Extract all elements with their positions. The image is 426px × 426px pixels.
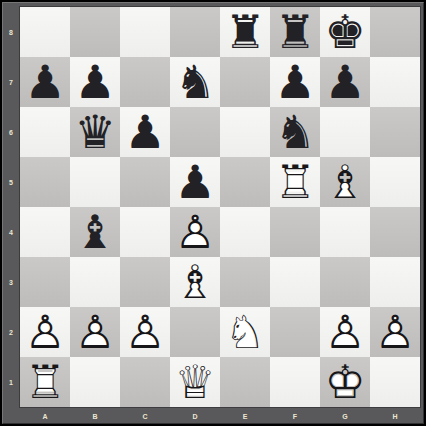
white-pawn: ♟♙: [170, 207, 220, 257]
white-knight: ♞♘: [220, 307, 270, 357]
rank-labels: 87654321: [2, 7, 20, 407]
file-labels: ABCDEFGH: [20, 408, 420, 424]
square-d6[interactable]: [170, 107, 220, 157]
square-d5[interactable]: ♟: [170, 157, 220, 207]
square-c5[interactable]: [120, 157, 170, 207]
square-h2[interactable]: ♟♙: [370, 307, 420, 357]
square-f1[interactable]: [270, 357, 320, 407]
black-knight: ♞: [170, 57, 220, 107]
square-g5[interactable]: ♝♗: [320, 157, 370, 207]
square-b1[interactable]: [70, 357, 120, 407]
square-d4[interactable]: ♟♙: [170, 207, 220, 257]
square-e4[interactable]: [220, 207, 270, 257]
square-a6[interactable]: [20, 107, 70, 157]
square-h3[interactable]: [370, 257, 420, 307]
chess-board-frame: 87654321 ABCDEFGH ♜♜♚♟♟♞♟♟♛♟♞♟♜♖♝♗♝♟♙♝♗♟…: [0, 0, 426, 426]
rank-label-3: 3: [2, 257, 20, 307]
black-queen: ♛: [70, 107, 120, 157]
square-c1[interactable]: [120, 357, 170, 407]
white-king: ♚♔: [320, 357, 370, 407]
square-f4[interactable]: [270, 207, 320, 257]
square-f2[interactable]: [270, 307, 320, 357]
square-g4[interactable]: [320, 207, 370, 257]
file-label-e: E: [220, 408, 270, 424]
square-f3[interactable]: [270, 257, 320, 307]
square-a7[interactable]: ♟: [20, 57, 70, 107]
square-h4[interactable]: [370, 207, 420, 257]
square-d2[interactable]: [170, 307, 220, 357]
square-d7[interactable]: ♞: [170, 57, 220, 107]
white-bishop: ♝♗: [320, 157, 370, 207]
black-pawn: ♟: [170, 157, 220, 207]
black-bishop: ♝: [70, 207, 120, 257]
rank-label-6: 6: [2, 107, 20, 157]
square-f6[interactable]: ♞: [270, 107, 320, 157]
square-e8[interactable]: ♜: [220, 7, 270, 57]
square-e2[interactable]: ♞♘: [220, 307, 270, 357]
square-e3[interactable]: [220, 257, 270, 307]
black-knight: ♞: [270, 107, 320, 157]
square-c3[interactable]: [120, 257, 170, 307]
black-king: ♚: [320, 7, 370, 57]
rank-label-4: 4: [2, 207, 20, 257]
square-c8[interactable]: [120, 7, 170, 57]
square-d8[interactable]: [170, 7, 220, 57]
rank-label-1: 1: [2, 357, 20, 407]
file-label-b: B: [70, 408, 120, 424]
white-rook: ♜♖: [20, 357, 70, 407]
square-a8[interactable]: [20, 7, 70, 57]
square-h6[interactable]: [370, 107, 420, 157]
square-c6[interactable]: ♟: [120, 107, 170, 157]
square-a3[interactable]: [20, 257, 70, 307]
file-label-d: D: [170, 408, 220, 424]
square-g1[interactable]: ♚♔: [320, 357, 370, 407]
square-e5[interactable]: [220, 157, 270, 207]
square-g2[interactable]: ♟♙: [320, 307, 370, 357]
square-f7[interactable]: ♟: [270, 57, 320, 107]
square-h1[interactable]: [370, 357, 420, 407]
rank-label-5: 5: [2, 157, 20, 207]
square-b7[interactable]: ♟: [70, 57, 120, 107]
square-b5[interactable]: [70, 157, 120, 207]
file-label-c: C: [120, 408, 170, 424]
square-e6[interactable]: [220, 107, 270, 157]
square-c2[interactable]: ♟♙: [120, 307, 170, 357]
square-g7[interactable]: ♟: [320, 57, 370, 107]
square-b6[interactable]: ♛: [70, 107, 120, 157]
file-label-a: A: [20, 408, 70, 424]
file-label-f: F: [270, 408, 320, 424]
white-bishop: ♝♗: [170, 257, 220, 307]
black-pawn: ♟: [120, 107, 170, 157]
square-b8[interactable]: [70, 7, 120, 57]
square-c4[interactable]: [120, 207, 170, 257]
square-c7[interactable]: [120, 57, 170, 107]
rank-label-2: 2: [2, 307, 20, 357]
black-pawn: ♟: [20, 57, 70, 107]
square-b3[interactable]: [70, 257, 120, 307]
square-b4[interactable]: ♝: [70, 207, 120, 257]
white-rook: ♜♖: [270, 157, 320, 207]
black-pawn: ♟: [70, 57, 120, 107]
square-a4[interactable]: [20, 207, 70, 257]
square-b2[interactable]: ♟♙: [70, 307, 120, 357]
square-e7[interactable]: [220, 57, 270, 107]
square-d3[interactable]: ♝♗: [170, 257, 220, 307]
white-queen: ♛♕: [170, 357, 220, 407]
white-pawn: ♟♙: [370, 307, 420, 357]
rank-label-7: 7: [2, 57, 20, 107]
square-h8[interactable]: [370, 7, 420, 57]
white-pawn: ♟♙: [120, 307, 170, 357]
square-f8[interactable]: ♜: [270, 7, 320, 57]
black-pawn: ♟: [320, 57, 370, 107]
file-label-h: H: [370, 408, 420, 424]
white-pawn: ♟♙: [70, 307, 120, 357]
square-a5[interactable]: [20, 157, 70, 207]
rank-label-8: 8: [2, 7, 20, 57]
square-a2[interactable]: ♟♙: [20, 307, 70, 357]
white-pawn: ♟♙: [320, 307, 370, 357]
square-a1[interactable]: ♜♖: [20, 357, 70, 407]
square-g6[interactable]: [320, 107, 370, 157]
square-g8[interactable]: ♚: [320, 7, 370, 57]
white-pawn: ♟♙: [20, 307, 70, 357]
black-rook: ♜: [220, 7, 270, 57]
square-h5[interactable]: [370, 157, 420, 207]
square-e1[interactable]: [220, 357, 270, 407]
square-h7[interactable]: [370, 57, 420, 107]
chess-board: ♜♜♚♟♟♞♟♟♛♟♞♟♜♖♝♗♝♟♙♝♗♟♙♟♙♟♙♞♘♟♙♟♙♜♖♛♕♚♔: [20, 7, 420, 407]
black-pawn: ♟: [270, 57, 320, 107]
file-label-g: G: [320, 408, 370, 424]
square-g3[interactable]: [320, 257, 370, 307]
square-f5[interactable]: ♜♖: [270, 157, 320, 207]
square-d1[interactable]: ♛♕: [170, 357, 220, 407]
black-rook: ♜: [270, 7, 320, 57]
